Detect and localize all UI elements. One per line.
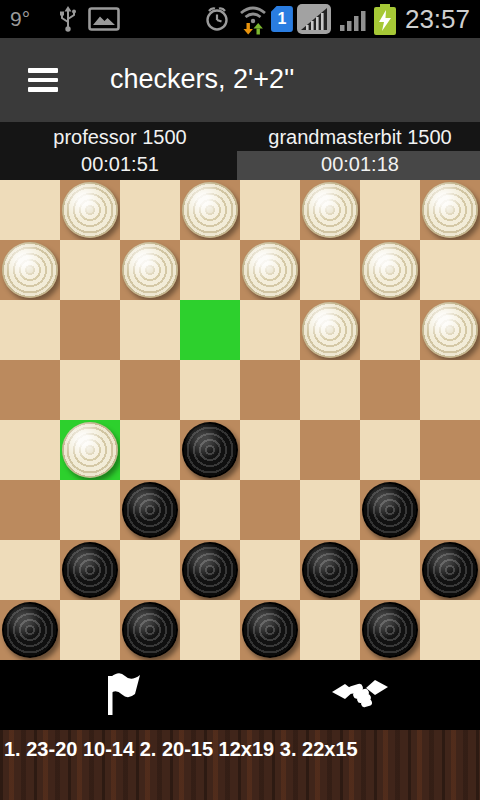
board-cell[interactable] xyxy=(60,420,120,480)
board-cell[interactable] xyxy=(120,300,180,360)
clock-time: 23:57 xyxy=(405,4,470,35)
checker-black-man[interactable] xyxy=(122,482,178,538)
board-cell[interactable] xyxy=(0,600,60,660)
move-list: 1. 23-20 10-14 2. 20-15 12x19 3. 22x15 xyxy=(0,730,480,800)
board-cell[interactable] xyxy=(420,180,480,240)
checker-white-man[interactable] xyxy=(422,302,478,358)
board-cell[interactable] xyxy=(360,360,420,420)
board-cell[interactable] xyxy=(300,420,360,480)
players-bar: professor 1500 00:01:51 grandmasterbit 1… xyxy=(0,122,480,180)
move-list-text: 1. 23-20 10-14 2. 20-15 12x19 3. 22x15 xyxy=(0,730,480,761)
board-cell[interactable] xyxy=(180,180,240,240)
board-cell[interactable] xyxy=(240,600,300,660)
checker-white-man[interactable] xyxy=(122,242,178,298)
board-cell[interactable] xyxy=(120,180,180,240)
board-cell[interactable] xyxy=(120,360,180,420)
board-cell[interactable] xyxy=(420,540,480,600)
board-cell[interactable] xyxy=(60,540,120,600)
checker-black-man[interactable] xyxy=(302,542,358,598)
board-cell[interactable] xyxy=(120,420,180,480)
board-cell[interactable] xyxy=(360,420,420,480)
board-cell[interactable] xyxy=(60,180,120,240)
board-cell[interactable] xyxy=(60,600,120,660)
network-signal-boxed-icon xyxy=(297,4,331,34)
board-cell[interactable] xyxy=(60,300,120,360)
board-cell[interactable] xyxy=(180,420,240,480)
checker-white-man[interactable] xyxy=(302,182,358,238)
checker-black-man[interactable] xyxy=(2,602,58,658)
checkers-app-screen: 9° xyxy=(0,0,480,800)
battery-charging-icon xyxy=(374,4,396,35)
player-left-clock: 00:01:51 xyxy=(0,149,240,176)
status-bar: 9° xyxy=(0,0,480,38)
temperature-label: 9° xyxy=(10,7,30,31)
checker-black-man[interactable] xyxy=(362,482,418,538)
checker-white-man[interactable] xyxy=(2,242,58,298)
board-cell[interactable] xyxy=(420,420,480,480)
wifi-updown-icon xyxy=(239,4,267,35)
board-cell[interactable] xyxy=(420,240,480,300)
checker-black-man[interactable] xyxy=(242,602,298,658)
board-cell[interactable] xyxy=(300,180,360,240)
checker-black-man[interactable] xyxy=(62,542,118,598)
board-cell[interactable] xyxy=(0,420,60,480)
board-cell[interactable] xyxy=(120,540,180,600)
alarm-icon xyxy=(203,5,231,33)
flag-icon xyxy=(94,669,146,721)
board xyxy=(0,180,480,660)
checker-white-man[interactable] xyxy=(422,182,478,238)
app-header: checkers, 2'+2'' xyxy=(0,38,480,122)
checker-black-man[interactable] xyxy=(182,422,238,478)
board-cell[interactable] xyxy=(180,300,240,360)
player-right: grandmasterbit 1500 00:01:18 xyxy=(240,122,480,180)
resign-button[interactable] xyxy=(0,660,240,730)
player-right-clock: 00:01:18 xyxy=(240,149,480,176)
board-cell[interactable] xyxy=(240,480,300,540)
board-cell[interactable] xyxy=(180,360,240,420)
draw-offer-button[interactable] xyxy=(240,660,480,730)
board-cell[interactable] xyxy=(360,180,420,240)
page-title: checkers, 2'+2'' xyxy=(110,64,294,95)
board-cell[interactable] xyxy=(300,540,360,600)
board-cell[interactable] xyxy=(60,240,120,300)
board-cell[interactable] xyxy=(240,540,300,600)
sim1-badge: 1 xyxy=(271,6,293,32)
board-cell[interactable] xyxy=(300,360,360,420)
board-cell[interactable] xyxy=(0,360,60,420)
board-cell[interactable] xyxy=(240,420,300,480)
signal-bars-icon xyxy=(339,6,367,32)
checker-black-man[interactable] xyxy=(362,602,418,658)
checker-white-man[interactable] xyxy=(62,422,118,478)
board-cell[interactable] xyxy=(60,360,120,420)
checker-black-man[interactable] xyxy=(122,602,178,658)
board-cell[interactable] xyxy=(420,480,480,540)
board-cell[interactable] xyxy=(240,180,300,240)
board-cell[interactable] xyxy=(0,300,60,360)
usb-icon xyxy=(58,5,78,33)
board-cell[interactable] xyxy=(240,300,300,360)
board-cell[interactable] xyxy=(420,600,480,660)
checker-white-man[interactable] xyxy=(302,302,358,358)
board-cell[interactable] xyxy=(360,540,420,600)
checker-black-man[interactable] xyxy=(422,542,478,598)
hamburger-menu-icon[interactable] xyxy=(28,68,58,92)
board-cell[interactable] xyxy=(420,360,480,420)
checker-white-man[interactable] xyxy=(242,242,298,298)
board-cell[interactable] xyxy=(240,240,300,300)
board-cell[interactable] xyxy=(300,600,360,660)
gallery-icon xyxy=(88,7,120,31)
board-cell[interactable] xyxy=(0,240,60,300)
board-cell[interactable] xyxy=(300,240,360,300)
player-right-name: grandmasterbit 1500 xyxy=(240,122,480,149)
board-cell[interactable] xyxy=(120,600,180,660)
board-cell[interactable] xyxy=(240,360,300,420)
handshake-icon xyxy=(332,675,388,715)
board-cell[interactable] xyxy=(0,540,60,600)
action-bar xyxy=(0,660,480,730)
board-cell[interactable] xyxy=(180,600,240,660)
board-cell[interactable] xyxy=(360,480,420,540)
player-left: professor 1500 00:01:51 xyxy=(0,122,240,180)
board-cell[interactable] xyxy=(360,300,420,360)
board-cell[interactable] xyxy=(180,540,240,600)
board-cell[interactable] xyxy=(360,240,420,300)
checker-white-man[interactable] xyxy=(362,242,418,298)
board-cell[interactable] xyxy=(60,480,120,540)
board-cell[interactable] xyxy=(360,600,420,660)
board-cell[interactable] xyxy=(120,240,180,300)
board-cell[interactable] xyxy=(180,480,240,540)
player-left-name: professor 1500 xyxy=(0,122,240,149)
checker-white-man[interactable] xyxy=(62,182,118,238)
checker-black-man[interactable] xyxy=(182,542,238,598)
board-cell[interactable] xyxy=(0,180,60,240)
board-cell[interactable] xyxy=(180,240,240,300)
board-cell[interactable] xyxy=(420,300,480,360)
board-cell[interactable] xyxy=(300,480,360,540)
checker-white-man[interactable] xyxy=(182,182,238,238)
board-cell[interactable] xyxy=(120,480,180,540)
board-cell[interactable] xyxy=(300,300,360,360)
board-cell[interactable] xyxy=(0,480,60,540)
